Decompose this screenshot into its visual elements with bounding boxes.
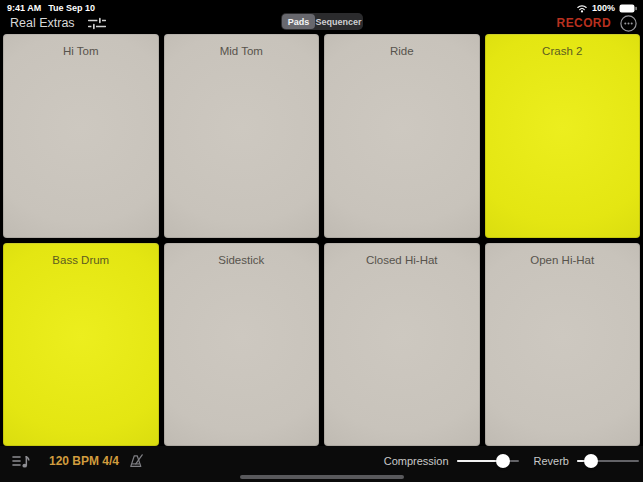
pad-crash-2[interactable]: Crash 2 <box>485 34 641 238</box>
pad-label: Sidestick <box>164 254 320 266</box>
pad-settings-icon[interactable] <box>88 17 106 30</box>
tempo-display[interactable]: 120 BPM 4/4 <box>49 454 119 468</box>
home-indicator[interactable] <box>240 475 404 479</box>
pad-open-hi-hat[interactable]: Open Hi-Hat <box>485 243 641 447</box>
instrument-title: Real Extras <box>10 16 75 30</box>
pad-label: Crash 2 <box>485 45 641 57</box>
pad-label: Closed Hi-Hat <box>324 254 480 266</box>
tab-pads[interactable]: Pads <box>282 14 316 29</box>
pads-grid: Hi TomMid TomRideCrash 2Bass DrumSidesti… <box>3 34 640 446</box>
pad-hi-tom[interactable]: Hi Tom <box>3 34 159 238</box>
compression-slider-thumb[interactable] <box>496 454 510 468</box>
pad-mid-tom[interactable]: Mid Tom <box>164 34 320 238</box>
pad-bass-drum[interactable]: Bass Drum <box>3 243 159 447</box>
record-button[interactable]: RECORD <box>557 16 611 30</box>
pad-label: Open Hi-Hat <box>485 254 641 266</box>
bottom-bar: 120 BPM 4/4 Compression Reverb <box>0 446 643 482</box>
reverb-label: Reverb <box>534 455 569 467</box>
tab-sequencer[interactable]: Sequencer <box>315 14 361 29</box>
track-note-icon[interactable] <box>12 453 32 469</box>
pad-label: Hi Tom <box>3 45 159 57</box>
toolbar: Real Extras Pads Sequencer RECORD <box>0 12 643 34</box>
pad-ride[interactable]: Ride <box>324 34 480 238</box>
more-icon[interactable] <box>620 15 637 32</box>
pad-closed-hi-hat[interactable]: Closed Hi-Hat <box>324 243 480 447</box>
pad-label: Ride <box>324 45 480 57</box>
reverb-slider[interactable] <box>577 453 639 469</box>
view-segmented-control: Pads Sequencer <box>281 13 363 30</box>
app-screen: 9:41 AM Tue Sep 10 100% Real Extr <box>0 0 643 482</box>
metronome-icon[interactable] <box>128 454 145 469</box>
reverb-slider-thumb[interactable] <box>584 454 598 468</box>
compression-slider[interactable] <box>457 453 519 469</box>
pad-label: Bass Drum <box>3 254 159 266</box>
pad-label: Mid Tom <box>164 45 320 57</box>
pad-sidestick[interactable]: Sidestick <box>164 243 320 447</box>
compression-label: Compression <box>384 455 449 467</box>
